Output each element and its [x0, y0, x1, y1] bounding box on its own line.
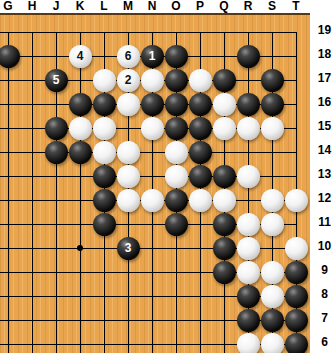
row-label-17: 17	[317, 71, 332, 85]
stone-black-Q17[interactable]	[213, 69, 236, 92]
stone-white-S8[interactable]	[261, 285, 284, 308]
stone-black-P16[interactable]	[189, 93, 212, 116]
stone-black-N18[interactable]: 1	[141, 45, 164, 68]
stone-white-M12[interactable]	[117, 189, 140, 212]
stone-white-K18[interactable]: 4	[69, 45, 92, 68]
stone-white-O13[interactable]	[165, 165, 188, 188]
stone-black-J17[interactable]: 5	[45, 69, 68, 92]
col-label-L: L	[94, 0, 114, 13]
stone-black-S17[interactable]	[261, 69, 284, 92]
stone-black-J15[interactable]	[45, 117, 68, 140]
stone-white-N15[interactable]	[141, 117, 164, 140]
stone-white-Q16[interactable]	[213, 93, 236, 116]
move-number-label: 5	[45, 69, 68, 92]
col-label-N: N	[142, 0, 162, 13]
stone-black-T8[interactable]	[285, 285, 308, 308]
stone-black-P14[interactable]	[189, 141, 212, 164]
stone-black-T7[interactable]	[285, 309, 308, 332]
stone-white-Q15[interactable]	[213, 117, 236, 140]
move-number-label: 2	[117, 69, 140, 92]
grid-line-row-19	[0, 32, 297, 33]
stone-white-Q12[interactable]	[213, 189, 236, 212]
stone-white-S9[interactable]	[261, 261, 284, 284]
grid-line-col-H	[32, 32, 33, 353]
row-label-14: 14	[317, 143, 332, 157]
star-point-K10	[77, 245, 83, 251]
col-label-J: J	[46, 0, 66, 13]
stone-white-R11[interactable]	[237, 213, 260, 236]
row-label-15: 15	[317, 119, 332, 133]
stone-white-R6[interactable]	[237, 333, 260, 353]
stone-white-L15[interactable]	[93, 117, 116, 140]
stone-white-R15[interactable]	[237, 117, 260, 140]
stone-white-L14[interactable]	[93, 141, 116, 164]
stone-black-L13[interactable]	[93, 165, 116, 188]
stone-white-P17[interactable]	[189, 69, 212, 92]
stone-black-L12[interactable]	[93, 189, 116, 212]
stone-black-O16[interactable]	[165, 93, 188, 116]
stone-black-O12[interactable]	[165, 189, 188, 212]
stone-white-R10[interactable]	[237, 237, 260, 260]
stone-black-R16[interactable]	[237, 93, 260, 116]
stone-white-R9[interactable]	[237, 261, 260, 284]
stone-black-R18[interactable]	[237, 45, 260, 68]
stone-black-P13[interactable]	[189, 165, 212, 188]
row-label-9: 9	[317, 263, 332, 277]
stone-white-O14[interactable]	[165, 141, 188, 164]
stone-black-S16[interactable]	[261, 93, 284, 116]
row-label-12: 12	[317, 191, 332, 205]
col-label-O: O	[166, 0, 186, 13]
stone-white-M14[interactable]	[117, 141, 140, 164]
row-label-8: 8	[317, 287, 332, 301]
stone-white-M18[interactable]: 6	[117, 45, 140, 68]
stone-black-P15[interactable]	[189, 117, 212, 140]
stone-black-M10[interactable]: 3	[117, 237, 140, 260]
stone-white-S11[interactable]	[261, 213, 284, 236]
stone-black-R7[interactable]	[237, 309, 260, 332]
stone-white-N12[interactable]	[141, 189, 164, 212]
col-label-K: K	[70, 0, 90, 13]
row-label-16: 16	[317, 95, 332, 109]
stone-black-Q11[interactable]	[213, 213, 236, 236]
stone-black-T9[interactable]	[285, 261, 308, 284]
grid-line-col-G	[8, 32, 9, 353]
stone-white-S12[interactable]	[261, 189, 284, 212]
move-number-label: 6	[117, 45, 140, 68]
row-label-19: 19	[317, 23, 332, 37]
stone-black-O18[interactable]	[165, 45, 188, 68]
col-label-G: G	[0, 0, 18, 13]
row-label-7: 7	[317, 311, 332, 325]
stone-black-O15[interactable]	[165, 117, 188, 140]
stone-black-O11[interactable]	[165, 213, 188, 236]
col-label-T: T	[286, 0, 306, 13]
stone-black-Q9[interactable]	[213, 261, 236, 284]
stone-white-P12[interactable]	[189, 189, 212, 212]
row-labels: 191817161514131211109876	[310, 0, 332, 353]
stone-black-Q10[interactable]	[213, 237, 236, 260]
go-diagram: GHJKLMNOPQRST 461523 1918171615141312111…	[0, 0, 332, 353]
stone-black-L16[interactable]	[93, 93, 116, 116]
stone-white-R13[interactable]	[237, 165, 260, 188]
stone-white-M17[interactable]: 2	[117, 69, 140, 92]
stone-white-L17[interactable]	[93, 69, 116, 92]
stone-black-R8[interactable]	[237, 285, 260, 308]
col-label-Q: Q	[214, 0, 234, 13]
stone-white-S6[interactable]	[261, 333, 284, 353]
stone-black-N16[interactable]	[141, 93, 164, 116]
row-label-6: 6	[317, 335, 332, 349]
row-label-13: 13	[317, 167, 332, 181]
stone-black-L11[interactable]	[93, 213, 116, 236]
stone-white-T12[interactable]	[285, 189, 308, 212]
move-number-label: 1	[141, 45, 164, 68]
stone-black-Q13[interactable]	[213, 165, 236, 188]
stone-black-K16[interactable]	[69, 93, 92, 116]
stone-white-M16[interactable]	[117, 93, 140, 116]
stone-black-J14[interactable]	[45, 141, 68, 164]
stone-black-S7[interactable]	[261, 309, 284, 332]
stone-black-K14[interactable]	[69, 141, 92, 164]
col-label-R: R	[238, 0, 258, 13]
stone-white-T10[interactable]	[285, 237, 308, 260]
row-label-10: 10	[317, 239, 332, 253]
grid-line-col-K	[80, 32, 81, 353]
col-label-P: P	[190, 0, 210, 13]
move-number-label: 3	[117, 237, 140, 260]
stone-black-G18[interactable]	[0, 45, 20, 68]
stone-white-S15[interactable]	[261, 117, 284, 140]
stone-white-N17[interactable]	[141, 69, 164, 92]
stone-white-M13[interactable]	[117, 165, 140, 188]
col-label-M: M	[118, 0, 138, 13]
col-label-S: S	[262, 0, 282, 13]
go-board[interactable]: 461523	[0, 13, 310, 353]
stone-black-T6[interactable]	[285, 333, 308, 353]
row-label-11: 11	[317, 215, 332, 229]
stone-white-K15[interactable]	[69, 117, 92, 140]
col-label-H: H	[22, 0, 42, 13]
row-label-18: 18	[317, 47, 332, 61]
stone-black-O17[interactable]	[165, 69, 188, 92]
move-number-label: 4	[69, 45, 92, 68]
